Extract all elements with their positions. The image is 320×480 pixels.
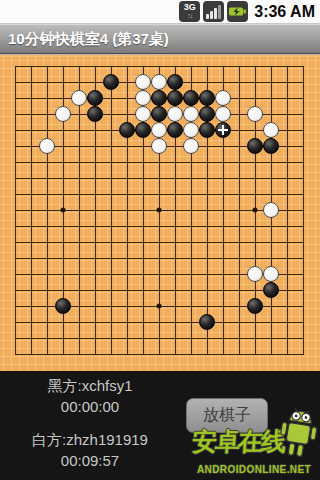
- 3g-updown-arrows-icon: ↑↓: [187, 12, 192, 20]
- stone-white: [263, 266, 279, 282]
- stone-black: [199, 314, 215, 330]
- white-player-label: 白方:zhzh191919: [10, 431, 170, 450]
- stone-black: [87, 106, 103, 122]
- stone-white: [247, 106, 263, 122]
- stone-black: [135, 122, 151, 138]
- clock-text: 3:36 AM: [254, 3, 315, 21]
- 3g-icon-label: 3G: [184, 3, 196, 12]
- stone-black: [167, 90, 183, 106]
- stone-black: [183, 90, 199, 106]
- 3g-icon: 3G ↑↓: [179, 1, 200, 22]
- stone-white: [167, 106, 183, 122]
- stone-black: [263, 282, 279, 298]
- stone-white: [71, 90, 87, 106]
- stone-black: [247, 298, 263, 314]
- android-mascot-icon: [274, 404, 320, 468]
- watermark-en: ANDROIDONLINE.NET: [190, 464, 318, 475]
- black-player-timer: 00:00:00: [10, 398, 170, 415]
- stone-white: [183, 122, 199, 138]
- stone-white: [135, 90, 151, 106]
- stone-black: [55, 298, 71, 314]
- battery-charging-icon: [227, 1, 248, 22]
- stone-white: [39, 138, 55, 154]
- stone-white: [151, 138, 167, 154]
- star-point: [157, 208, 162, 213]
- black-player-label: 黑方:xchfsy1: [10, 377, 170, 396]
- title-bar: 10分钟快棋室4 (第37桌): [0, 24, 320, 54]
- screen: 3G ↑↓ 3:36 AM 10分钟快棋室4 (第37桌) 黑方:xchfsy1: [0, 0, 320, 480]
- signal-bars-icon: [203, 1, 224, 22]
- watermark-cn: 安卓在线: [191, 425, 285, 458]
- stone-black: [87, 90, 103, 106]
- stone-black: [199, 90, 215, 106]
- white-player-timer: 00:09:57: [10, 452, 170, 469]
- stone-white: [183, 138, 199, 154]
- star-point: [253, 208, 258, 213]
- status-bar: 3G ↑↓ 3:36 AM: [0, 0, 320, 24]
- stone-black: [151, 90, 167, 106]
- stone-black: [103, 74, 119, 90]
- stone-black: [167, 122, 183, 138]
- stone-black: [151, 106, 167, 122]
- stone-black: [215, 122, 231, 138]
- watermark: 安卓在线: [190, 411, 318, 475]
- stone-white: [263, 202, 279, 218]
- star-point: [157, 304, 162, 309]
- stone-black: [199, 122, 215, 138]
- stone-white: [215, 90, 231, 106]
- stone-white: [247, 266, 263, 282]
- star-point: [61, 208, 66, 213]
- stone-white: [215, 106, 231, 122]
- stone-black: [247, 138, 263, 154]
- stone-white: [263, 122, 279, 138]
- stone-black: [119, 122, 135, 138]
- stone-black: [167, 74, 183, 90]
- stone-white: [55, 106, 71, 122]
- stone-white: [135, 106, 151, 122]
- go-board: [0, 54, 320, 371]
- stone-white: [183, 106, 199, 122]
- window-title: 10分钟快棋室4 (第37桌): [0, 30, 169, 49]
- stone-black: [199, 106, 215, 122]
- stone-white: [135, 74, 151, 90]
- bottom-panel: 黑方:xchfsy1 00:00:00 白方:zhzh191919 00:09:…: [0, 371, 320, 480]
- stone-white: [151, 122, 167, 138]
- stone-black: [263, 138, 279, 154]
- stone-white: [151, 74, 167, 90]
- board-grid[interactable]: [15, 66, 304, 355]
